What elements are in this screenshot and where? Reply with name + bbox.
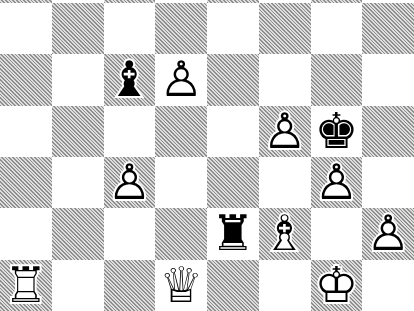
square-f6[interactable] [259, 3, 311, 54]
square-h5[interactable] [362, 54, 414, 105]
chess-board: ♝♝♟♙♟♙♚♚♟♙♟♙♜♜♝♗♟♙♜♖♛♕♚♔ [0, 0, 414, 311]
square-g2[interactable] [311, 208, 363, 259]
square-e4[interactable] [207, 106, 259, 157]
square-e6[interactable] [207, 3, 259, 54]
square-h3[interactable] [362, 157, 414, 208]
black-rook: ♜♜ [211, 209, 255, 258]
square-a2[interactable] [0, 208, 52, 259]
square-h4[interactable] [362, 106, 414, 157]
square-e3[interactable] [207, 157, 259, 208]
black-king: ♚♚ [314, 107, 358, 156]
square-a3[interactable] [0, 157, 52, 208]
square-c6[interactable] [104, 3, 156, 54]
square-d6[interactable] [155, 3, 207, 54]
square-d4[interactable] [155, 106, 207, 157]
square-g3[interactable]: ♟♙ [311, 157, 363, 208]
white-queen: ♛♕ [159, 261, 203, 310]
square-g6[interactable] [311, 3, 363, 54]
square-b5[interactable] [52, 54, 104, 105]
square-e1[interactable] [207, 260, 259, 311]
square-a6[interactable] [0, 3, 52, 54]
square-d2[interactable] [155, 208, 207, 259]
square-b6[interactable] [52, 3, 104, 54]
square-f4[interactable]: ♟♙ [259, 106, 311, 157]
square-b3[interactable] [52, 157, 104, 208]
square-c2[interactable] [104, 208, 156, 259]
square-c5[interactable]: ♝♝ [104, 54, 156, 105]
square-d3[interactable] [155, 157, 207, 208]
square-c1[interactable] [104, 260, 156, 311]
square-h6[interactable] [362, 3, 414, 54]
chess-diagram: ♝♝♟♙♟♙♚♚♟♙♟♙♜♜♝♗♟♙♜♖♛♕♚♔ [0, 0, 414, 311]
square-b4[interactable] [52, 106, 104, 157]
square-g1[interactable]: ♚♔ [311, 260, 363, 311]
black-bishop: ♝♝ [107, 55, 151, 104]
square-d5[interactable]: ♟♙ [155, 54, 207, 105]
white-rook: ♜♖ [4, 261, 48, 310]
white-pawn: ♟♙ [159, 55, 203, 104]
white-king: ♚♔ [314, 261, 358, 310]
square-d1[interactable]: ♛♕ [155, 260, 207, 311]
square-a1[interactable]: ♜♖ [0, 260, 52, 311]
square-g4[interactable]: ♚♚ [311, 106, 363, 157]
white-pawn: ♟♙ [263, 107, 307, 156]
square-a4[interactable] [0, 106, 52, 157]
square-f3[interactable] [259, 157, 311, 208]
square-b2[interactable] [52, 208, 104, 259]
square-f5[interactable] [259, 54, 311, 105]
square-f2[interactable]: ♝♗ [259, 208, 311, 259]
square-a5[interactable] [0, 54, 52, 105]
square-f1[interactable] [259, 260, 311, 311]
square-c4[interactable] [104, 106, 156, 157]
square-c3[interactable]: ♟♙ [104, 157, 156, 208]
square-e5[interactable] [207, 54, 259, 105]
square-h2[interactable]: ♟♙ [362, 208, 414, 259]
square-h1[interactable] [362, 260, 414, 311]
square-e2[interactable]: ♜♜ [207, 208, 259, 259]
white-bishop: ♝♗ [263, 209, 307, 258]
square-g5[interactable] [311, 54, 363, 105]
white-pawn: ♟♙ [366, 209, 410, 258]
square-b1[interactable] [52, 260, 104, 311]
white-pawn: ♟♙ [107, 158, 151, 207]
white-pawn: ♟♙ [314, 158, 358, 207]
